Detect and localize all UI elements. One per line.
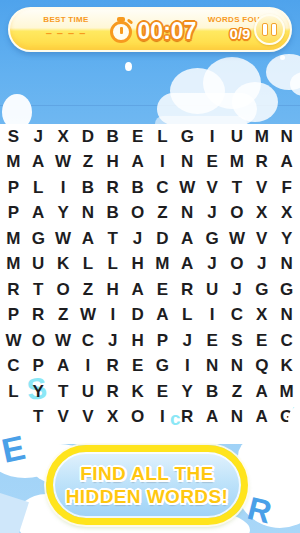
grid-cell[interactable]: W [1, 328, 26, 354]
grid-cell[interactable]: A [249, 405, 274, 431]
grid-cell[interactable]: C [150, 175, 175, 201]
grid-cell[interactable]: N [76, 201, 101, 227]
timer-value: 00:07 [132, 18, 202, 45]
grid-cell[interactable]: O [51, 277, 76, 303]
grid-cell[interactable]: A [76, 226, 101, 252]
grid-cell[interactable]: E [249, 328, 274, 354]
grid-cell[interactable]: V [249, 226, 274, 252]
grid-cell[interactable]: I [76, 354, 101, 380]
pause-button[interactable] [254, 14, 285, 45]
grid-cell[interactable]: L [175, 303, 200, 329]
grid-cell[interactable]: I [175, 354, 200, 380]
grid-cell[interactable]: F [274, 175, 299, 201]
grid-cell[interactable]: H [125, 252, 150, 278]
grid-cell[interactable]: O [225, 252, 250, 278]
grid-cell[interactable]: U [225, 124, 250, 150]
grid-cell[interactable]: M [249, 124, 274, 150]
grid-cell[interactable]: B [100, 124, 125, 150]
grid-cell[interactable]: M [1, 226, 26, 252]
grid-cell[interactable]: N [225, 405, 250, 431]
grid-cell[interactable]: O [26, 328, 51, 354]
grid-cell[interactable]: T [26, 405, 51, 431]
grid-cell[interactable]: V [200, 175, 225, 201]
grid-cell[interactable]: N [175, 201, 200, 227]
grid-cell[interactable]: N [175, 150, 200, 176]
grid-cell[interactable]: U [26, 252, 51, 278]
grid-cell[interactable]: N [200, 354, 225, 380]
grid-cell[interactable]: B [125, 175, 150, 201]
letter-grid: SJXDBELGIUMNMAWZHAINEMRAPLIBRBCWVTVFPAYN… [1, 124, 299, 430]
grid-cell[interactable]: Z [150, 201, 175, 227]
grid-cell[interactable]: L [26, 175, 51, 201]
grid-cell[interactable]: I [200, 303, 225, 329]
grid-cell[interactable]: N [274, 252, 299, 278]
grid-cell[interactable]: R [100, 354, 125, 380]
find-words-banner[interactable]: FIND ALL THE HIDDEN WORDS! [46, 445, 248, 525]
grid-cell[interactable]: I [150, 405, 175, 431]
grid-cell[interactable]: A [175, 252, 200, 278]
grid-cell[interactable]: G [200, 226, 225, 252]
top-bar: BEST TIME – – – – 00:07 WORDS FOUND 0/9 [8, 7, 292, 52]
cloud-dot [280, 55, 285, 60]
grid-cell[interactable]: J [225, 277, 250, 303]
grid-cell[interactable]: I [200, 124, 225, 150]
grid-cell[interactable]: A [200, 405, 225, 431]
grid-cell[interactable]: D [76, 124, 101, 150]
cloud-dot [125, 62, 132, 71]
grid-cell[interactable]: X [100, 405, 125, 431]
sparkle-icon: ✦ [26, 436, 35, 447]
sparkle-icon: ✦ [270, 434, 279, 445]
grid-cell[interactable]: N [274, 124, 299, 150]
grid-cell[interactable]: H [100, 150, 125, 176]
grid-cell[interactable]: Z [76, 150, 101, 176]
grid-cell[interactable]: O [125, 405, 150, 431]
grid-cell[interactable]: R [175, 405, 200, 431]
grid-cell[interactable]: M [1, 252, 26, 278]
grid-cell[interactable]: E [150, 379, 175, 405]
grid-cell[interactable]: E [150, 277, 175, 303]
grid-cell[interactable]: V [249, 175, 274, 201]
grid-cell[interactable]: E [125, 354, 150, 380]
grid-cell[interactable]: A [125, 150, 150, 176]
grid-cell[interactable]: H [125, 328, 150, 354]
grid-cell[interactable]: A [125, 277, 150, 303]
grid-cell[interactable]: S [1, 124, 26, 150]
grid-cell[interactable]: Z [51, 303, 76, 329]
grid-cell[interactable]: X [274, 201, 299, 227]
grid-cell[interactable]: C [1, 354, 26, 380]
grid-cell[interactable]: A [175, 226, 200, 252]
grid-cell[interactable]: P [150, 328, 175, 354]
grid-cell[interactable]: W [76, 303, 101, 329]
grid-cell[interactable]: A [26, 201, 51, 227]
grid-cell[interactable]: Y [175, 379, 200, 405]
best-time-value: – – – – [28, 27, 104, 39]
grid-cell[interactable]: L [100, 252, 125, 278]
grid-cell[interactable]: J [175, 328, 200, 354]
grid-cell[interactable]: I [51, 175, 76, 201]
grid-cell[interactable]: N [274, 303, 299, 329]
game-screen: BEST TIME – – – – 00:07 WORDS FOUND 0/9 … [0, 0, 300, 533]
grid-cell[interactable]: P [1, 303, 26, 329]
grid-cell[interactable]: W [51, 328, 76, 354]
grid-cell[interactable]: I [100, 303, 125, 329]
grid-cell[interactable]: G [150, 354, 175, 380]
grid-cell[interactable]: N [225, 354, 250, 380]
grid-cell[interactable]: B [100, 201, 125, 227]
grid-cell[interactable]: A [51, 354, 76, 380]
grid-cell[interactable]: D [150, 226, 175, 252]
sparkle-icon: ✦ [286, 468, 293, 476]
grid-cell[interactable]: X [249, 303, 274, 329]
grid-cell[interactable]: A [274, 150, 299, 176]
grid-cell[interactable]: L [76, 252, 101, 278]
grid-cell[interactable]: W [175, 175, 200, 201]
grid-cell[interactable]: A [26, 150, 51, 176]
grid-cell[interactable]: G [249, 277, 274, 303]
grid-cell[interactable]: W [51, 150, 76, 176]
grid-cell[interactable]: E [200, 150, 225, 176]
grid-cell[interactable]: P [26, 354, 51, 380]
grid-cell[interactable]: R [1, 277, 26, 303]
grid-cell[interactable]: R [100, 379, 125, 405]
grid-cell[interactable]: J [200, 201, 225, 227]
grid-cell[interactable]: U [200, 277, 225, 303]
grid-cell[interactable]: G [26, 226, 51, 252]
grid-cell[interactable]: K [51, 252, 76, 278]
grid-cell[interactable]: R [175, 277, 200, 303]
grid-cell[interactable]: I [150, 150, 175, 176]
grid-cell[interactable]: V [51, 405, 76, 431]
grid-cell[interactable]: Y [274, 226, 299, 252]
grid-cell[interactable]: T [225, 175, 250, 201]
grid-cell[interactable]: R [100, 175, 125, 201]
grid-cell[interactable]: C [225, 303, 250, 329]
grid-cell[interactable]: O [225, 201, 250, 227]
grid-cell[interactable]: T [26, 277, 51, 303]
grid-cell[interactable]: J [100, 328, 125, 354]
banner-line-2: HIDDEN WORDS! [66, 486, 228, 508]
grid-cell[interactable]: T [51, 379, 76, 405]
grid-cell[interactable]: C [274, 328, 299, 354]
grid-cell[interactable]: C [76, 328, 101, 354]
grid-cell[interactable]: R [26, 303, 51, 329]
grid-cell[interactable]: W [51, 226, 76, 252]
grid-cell[interactable]: W [225, 226, 250, 252]
grid-cell[interactable]: U [76, 379, 101, 405]
grid-cell[interactable]: S [225, 328, 250, 354]
grid-cell[interactable]: D [125, 303, 150, 329]
grid-cell[interactable]: J [125, 226, 150, 252]
grid-cell[interactable]: O [125, 201, 150, 227]
grid-cell[interactable]: M [274, 379, 299, 405]
grid-cell[interactable]: H [100, 277, 125, 303]
grid-cell[interactable]: A [150, 303, 175, 329]
grid-cell[interactable]: M [150, 252, 175, 278]
grid-cell[interactable]: K [125, 379, 150, 405]
grid-cell[interactable]: Y [26, 379, 51, 405]
grid-cell[interactable]: B [76, 175, 101, 201]
grid-cell[interactable]: M [1, 150, 26, 176]
grid-cell[interactable]: X [249, 201, 274, 227]
best-time-label: BEST TIME [28, 15, 104, 24]
grid-cell[interactable]: K [274, 354, 299, 380]
grid-cell[interactable]: R [249, 150, 274, 176]
grid-cell[interactable]: T [100, 226, 125, 252]
grid-cell[interactable]: Z [76, 277, 101, 303]
banner-line-1: FIND ALL THE [80, 463, 214, 485]
grid-cell[interactable]: M [225, 150, 250, 176]
grid-cell[interactable]: J [249, 252, 274, 278]
grid-cell[interactable]: B [200, 379, 225, 405]
grid-cell[interactable]: L [150, 124, 175, 150]
stopwatch-icon [109, 17, 133, 44]
grid-cell[interactable]: Q [249, 354, 274, 380]
grid-cell[interactable]: J [26, 124, 51, 150]
grid-cell[interactable]: V [76, 405, 101, 431]
grid-cell[interactable]: P [1, 175, 26, 201]
grid-cell[interactable]: G [274, 277, 299, 303]
grid-cell[interactable]: Y [51, 201, 76, 227]
grid-cell[interactable]: Z [225, 379, 250, 405]
grid-cell[interactable]: P [1, 201, 26, 227]
grid-cell[interactable]: X [51, 124, 76, 150]
grid-cell[interactable]: E [200, 328, 225, 354]
grid-cell[interactable]: A [249, 379, 274, 405]
grid-cell[interactable]: G [175, 124, 200, 150]
grid-cell[interactable]: E [125, 124, 150, 150]
grid-cell[interactable]: J [200, 252, 225, 278]
